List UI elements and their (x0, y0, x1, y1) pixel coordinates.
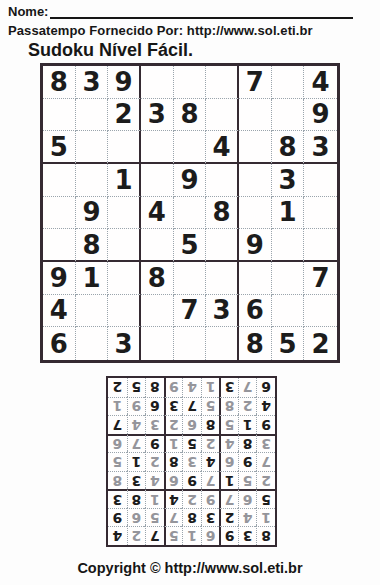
solution-cell-r6c4: 2 (201, 434, 220, 453)
solution-cell-r3c2: 6 (238, 489, 257, 508)
solution-cell-r6c2: 8 (238, 434, 257, 453)
puzzle-cell-r4c2 (76, 164, 109, 197)
solution-cell-r4c8: 3 (127, 471, 146, 490)
puzzle-cell-r8c5: 7 (174, 295, 207, 328)
solution-cell-r2c2: 4 (238, 508, 257, 527)
puzzle-cell-r3c1: 5 (43, 131, 76, 164)
solution-cell-r2c1: 1 (256, 508, 275, 527)
solution-cell-r1c8: 2 (127, 526, 146, 545)
solution-cell-r7c4: 8 (201, 415, 220, 434)
puzzle-cell-r8c2 (76, 295, 109, 328)
solution-cell-r7c1: 9 (256, 415, 275, 434)
solution-cell-r6c1: 3 (256, 434, 275, 453)
printable-sudoku-page: Nome: Passatempo Fornecido Por: http://w… (0, 0, 380, 585)
puzzle-cell-r5c9 (304, 197, 337, 230)
solution-cell-r6c9: 6 (108, 434, 127, 453)
name-row: Nome: (8, 3, 353, 19)
solution-cell-r5c8: 1 (127, 452, 146, 471)
puzzle-cell-r4c1 (43, 164, 76, 197)
solution-grid-upside-down: 8396157241423875695679241832517964387964… (106, 376, 277, 547)
puzzle-cell-r2c7 (239, 99, 272, 132)
solution-cell-r5c9: 5 (108, 452, 127, 471)
solution-cell-r8c5: 7 (182, 397, 201, 416)
puzzle-cell-r2c1 (43, 99, 76, 132)
solution-cell-r2c9: 9 (108, 508, 127, 527)
page-title: Sudoku Nível Fácil. (28, 40, 193, 61)
puzzle-cell-r4c3: 1 (108, 164, 141, 197)
puzzle-cell-r6c5: 5 (174, 229, 207, 262)
name-label: Nome: (8, 4, 48, 19)
puzzle-cell-r6c1 (43, 229, 76, 262)
puzzle-cell-r9c5 (174, 327, 207, 360)
puzzle-cell-r1c8 (272, 66, 305, 99)
puzzle-cell-r7c8 (272, 262, 305, 295)
solution-cell-r8c1: 4 (256, 397, 275, 416)
solution-cell-r9c8: 5 (127, 378, 146, 397)
solution-cell-r1c6: 5 (164, 526, 183, 545)
solution-cell-r3c3: 7 (219, 489, 238, 508)
solution-cell-r6c6: 1 (164, 434, 183, 453)
solution-cell-r4c9: 8 (108, 471, 127, 490)
solution-cell-r1c5: 1 (182, 526, 201, 545)
solution-cell-r4c4: 7 (201, 471, 220, 490)
solution-cell-r7c9: 7 (108, 415, 127, 434)
solution-cell-r6c3: 4 (219, 434, 238, 453)
puzzle-cell-r1c1: 8 (43, 66, 76, 99)
solution-cell-r4c1: 2 (256, 471, 275, 490)
puzzle-cell-r7c4: 8 (141, 262, 174, 295)
puzzle-cell-r9c6 (206, 327, 239, 360)
solution-cell-r7c6: 2 (164, 415, 183, 434)
puzzle-cell-r2c5: 8 (174, 99, 207, 132)
solution-cell-r8c3: 8 (219, 397, 238, 416)
puzzle-cell-r9c7: 8 (239, 327, 272, 360)
name-blank-line (50, 3, 353, 19)
puzzle-cell-r8c1: 4 (43, 295, 76, 328)
solution-cell-r2c3: 2 (219, 508, 238, 527)
solution-cell-r8c2: 2 (238, 397, 257, 416)
puzzle-cell-r4c4 (141, 164, 174, 197)
puzzle-cell-r9c2 (76, 327, 109, 360)
solution-cell-r6c8: 7 (127, 434, 146, 453)
puzzle-cell-r4c5: 9 (174, 164, 207, 197)
puzzle-cell-r8c7: 6 (239, 295, 272, 328)
solution-cell-r8c8: 9 (127, 397, 146, 416)
solution-cell-r6c7: 9 (145, 434, 164, 453)
solution-cell-r1c7: 7 (145, 526, 164, 545)
puzzle-cell-r7c1: 9 (43, 262, 76, 295)
solution-cell-r7c5: 6 (182, 415, 201, 434)
solution-cell-r7c7: 3 (145, 415, 164, 434)
puzzle-cell-r8c8 (272, 295, 305, 328)
puzzle-cell-r1c5 (174, 66, 207, 99)
solution-cell-r3c6: 4 (164, 489, 183, 508)
puzzle-cell-r7c3 (108, 262, 141, 295)
puzzle-cell-r6c4 (141, 229, 174, 262)
puzzle-cell-r6c9 (304, 229, 337, 262)
solution-cell-r1c9: 4 (108, 526, 127, 545)
puzzle-cell-r4c8: 3 (272, 164, 305, 197)
puzzle-cell-r3c7 (239, 131, 272, 164)
solution-cell-r2c5: 8 (182, 508, 201, 527)
puzzle-cell-r1c2: 3 (76, 66, 109, 99)
solution-cell-r3c5: 2 (182, 489, 201, 508)
solution-cell-r3c4: 9 (201, 489, 220, 508)
puzzle-cell-r5c6: 8 (206, 197, 239, 230)
puzzle-cell-r7c2: 1 (76, 262, 109, 295)
puzzle-cell-r9c4 (141, 327, 174, 360)
puzzle-cell-r2c8 (272, 99, 305, 132)
solution-cell-r4c5: 9 (182, 471, 201, 490)
puzzle-cell-r7c5 (174, 262, 207, 295)
puzzle-cell-r6c7: 9 (239, 229, 272, 262)
puzzle-cell-r4c6 (206, 164, 239, 197)
puzzle-cell-r2c3: 2 (108, 99, 141, 132)
solution-cell-r2c4: 3 (201, 508, 220, 527)
puzzle-cell-r2c6 (206, 99, 239, 132)
solution-cell-r5c2: 9 (238, 452, 257, 471)
puzzle-cell-r8c4 (141, 295, 174, 328)
solution-cell-r9c4: 1 (201, 378, 220, 397)
puzzle-cell-r7c6 (206, 262, 239, 295)
puzzle-cell-r3c6: 4 (206, 131, 239, 164)
puzzle-cell-r1c4 (141, 66, 174, 99)
puzzle-grid: 839742389548319394818599187473663852 (40, 63, 340, 363)
puzzle-cell-r3c3 (108, 131, 141, 164)
solution-cell-r1c2: 3 (238, 526, 257, 545)
puzzle-cell-r6c6 (206, 229, 239, 262)
solution-cell-r2c8: 6 (127, 508, 146, 527)
puzzle-cell-r3c2 (76, 131, 109, 164)
puzzle-cell-r5c4: 4 (141, 197, 174, 230)
solution-cell-r5c3: 6 (219, 452, 238, 471)
solution-cell-r4c6: 6 (164, 471, 183, 490)
puzzle-cell-r1c6 (206, 66, 239, 99)
solution-cell-r3c8: 8 (127, 489, 146, 508)
solution-cell-r9c2: 7 (238, 378, 257, 397)
puzzle-cell-r5c5 (174, 197, 207, 230)
solution-cell-r3c9: 3 (108, 489, 127, 508)
puzzle-cell-r9c3: 3 (108, 327, 141, 360)
puzzle-cell-r8c9 (304, 295, 337, 328)
solution-cell-r2c7: 5 (145, 508, 164, 527)
solution-cell-r3c1: 5 (256, 489, 275, 508)
solution-cell-r5c1: 7 (256, 452, 275, 471)
solution-cell-r8c7: 6 (145, 397, 164, 416)
puzzle-cell-r7c9: 7 (304, 262, 337, 295)
solution-cell-r7c8: 4 (127, 415, 146, 434)
solution-cell-r8c9: 1 (108, 397, 127, 416)
puzzle-cell-r1c7: 7 (239, 66, 272, 99)
puzzle-cell-r1c3: 9 (108, 66, 141, 99)
solution-cell-r4c2: 5 (238, 471, 257, 490)
solution-cell-r2c6: 7 (164, 508, 183, 527)
solution-cell-r5c4: 4 (201, 452, 220, 471)
solution-cell-r5c6: 8 (164, 452, 183, 471)
puzzle-cell-r4c9 (304, 164, 337, 197)
solution-cell-r5c5: 3 (182, 452, 201, 471)
solution-cell-r4c7: 4 (145, 471, 164, 490)
puzzle-cell-r5c7 (239, 197, 272, 230)
solution-cell-r9c5: 4 (182, 378, 201, 397)
puzzle-cell-r2c2 (76, 99, 109, 132)
solution-cell-r1c4: 6 (201, 526, 220, 545)
solution-cell-r9c6: 9 (164, 378, 183, 397)
solution-cell-r9c7: 8 (145, 378, 164, 397)
puzzle-cell-r6c3 (108, 229, 141, 262)
solution-cell-r9c3: 3 (219, 378, 238, 397)
solution-cell-r1c1: 8 (256, 526, 275, 545)
puzzle-cell-r8c6: 3 (206, 295, 239, 328)
puzzle-cell-r9c8: 5 (272, 327, 305, 360)
puzzle-cell-r7c7 (239, 262, 272, 295)
puzzle-cell-r4c7 (239, 164, 272, 197)
puzzle-cell-r1c9: 4 (304, 66, 337, 99)
solution-cell-r5c7: 2 (145, 452, 164, 471)
puzzle-cell-r3c4 (141, 131, 174, 164)
puzzle-cell-r2c4: 3 (141, 99, 174, 132)
provider-line: Passatempo Fornecido Por: http://www.sol… (8, 23, 313, 38)
puzzle-cell-r3c8: 8 (272, 131, 305, 164)
puzzle-cell-r6c8 (272, 229, 305, 262)
solution-cell-r7c2: 1 (238, 415, 257, 434)
puzzle-cell-r9c1: 6 (43, 327, 76, 360)
puzzle-cell-r5c2: 9 (76, 197, 109, 230)
solution-cell-r9c1: 6 (256, 378, 275, 397)
solution-cell-r9c9: 2 (108, 378, 127, 397)
solution-cell-r8c6: 3 (164, 397, 183, 416)
puzzle-cell-r3c9: 3 (304, 131, 337, 164)
puzzle-cell-r2c9: 9 (304, 99, 337, 132)
puzzle-cell-r5c8: 1 (272, 197, 305, 230)
puzzle-cell-r9c9: 2 (304, 327, 337, 360)
puzzle-cell-r5c3 (108, 197, 141, 230)
copyright-text: Copyright © http://www.sol.eti.br (0, 560, 380, 576)
solution-cell-r6c5: 5 (182, 434, 201, 453)
puzzle-cell-r8c3 (108, 295, 141, 328)
puzzle-cell-r3c5 (174, 131, 207, 164)
solution-cell-r7c3: 5 (219, 415, 238, 434)
puzzle-cell-r6c2: 8 (76, 229, 109, 262)
solution-cell-r8c4: 5 (201, 397, 220, 416)
puzzle-cell-r5c1 (43, 197, 76, 230)
solution-cell-r1c3: 9 (219, 526, 238, 545)
solution-cell-r4c3: 1 (219, 471, 238, 490)
solution-cell-r3c7: 1 (145, 489, 164, 508)
